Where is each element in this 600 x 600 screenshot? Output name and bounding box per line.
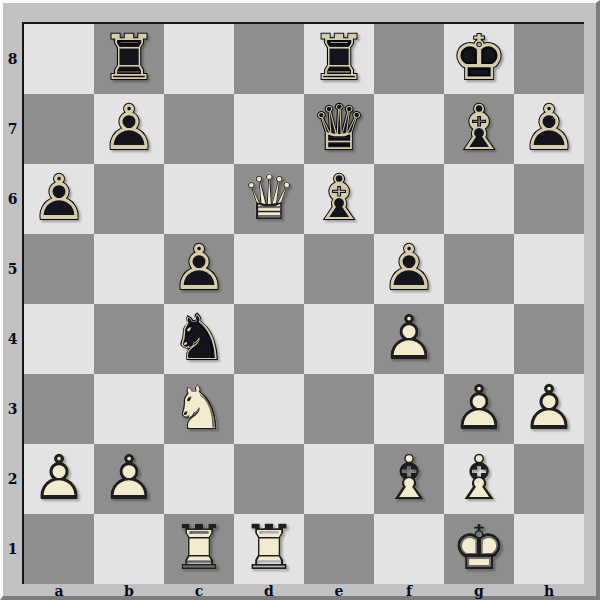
board-frame: ♜♖♜♖♚♔♟♙♛♕♝♗♟♙♟♙♛♕♝♗♟♙♟♙♞♘♟♙♞♘♟♙♟♙♟♙♟♙♝♗… (0, 0, 600, 600)
square-b8[interactable]: ♜♖ (94, 24, 164, 94)
square-a5[interactable] (24, 234, 94, 304)
piece-white-pawn: ♟♙ (374, 304, 444, 374)
square-c2[interactable] (164, 444, 234, 514)
square-e7[interactable]: ♛♕ (304, 94, 374, 164)
square-d8[interactable] (234, 24, 304, 94)
square-b3[interactable] (94, 374, 164, 444)
piece-white-bishop: ♝♗ (444, 444, 514, 514)
square-d5[interactable] (234, 234, 304, 304)
file-label-a: a (24, 584, 94, 598)
square-e6[interactable]: ♝♗ (304, 164, 374, 234)
square-c5[interactable]: ♟♙ (164, 234, 234, 304)
piece-white-pawn: ♟♙ (24, 444, 94, 514)
square-e1[interactable] (304, 514, 374, 584)
square-g7[interactable]: ♝♗ (444, 94, 514, 164)
square-e8[interactable]: ♜♖ (304, 24, 374, 94)
file-label-e: e (304, 584, 374, 598)
rank-label-4: 4 (3, 304, 22, 374)
square-h7[interactable]: ♟♙ (514, 94, 584, 164)
square-d7[interactable] (234, 94, 304, 164)
piece-black-knight: ♞♘ (164, 304, 234, 374)
square-e3[interactable] (304, 374, 374, 444)
file-label-g: g (444, 584, 514, 598)
piece-black-rook: ♜♖ (94, 24, 164, 94)
square-h1[interactable] (514, 514, 584, 584)
piece-black-pawn: ♟♙ (514, 94, 584, 164)
square-g1[interactable]: ♚♔ (444, 514, 514, 584)
chess-board: ♜♖♜♖♚♔♟♙♛♕♝♗♟♙♟♙♛♕♝♗♟♙♟♙♞♘♟♙♞♘♟♙♟♙♟♙♟♙♝♗… (22, 22, 584, 584)
square-a8[interactable] (24, 24, 94, 94)
square-d3[interactable] (234, 374, 304, 444)
square-g5[interactable] (444, 234, 514, 304)
piece-black-pawn: ♟♙ (94, 94, 164, 164)
square-d6[interactable]: ♛♕ (234, 164, 304, 234)
file-label-f: f (374, 584, 444, 598)
square-a3[interactable] (24, 374, 94, 444)
piece-white-queen: ♛♕ (234, 164, 304, 234)
piece-white-knight: ♞♘ (164, 374, 234, 444)
square-e5[interactable] (304, 234, 374, 304)
square-a1[interactable] (24, 514, 94, 584)
square-g4[interactable] (444, 304, 514, 374)
file-label-h: h (514, 584, 584, 598)
square-c8[interactable] (164, 24, 234, 94)
square-g3[interactable]: ♟♙ (444, 374, 514, 444)
square-f6[interactable] (374, 164, 444, 234)
square-e2[interactable] (304, 444, 374, 514)
square-h5[interactable] (514, 234, 584, 304)
rank-label-5: 5 (3, 234, 22, 304)
square-c1[interactable]: ♜♖ (164, 514, 234, 584)
piece-black-bishop: ♝♗ (304, 164, 374, 234)
piece-black-queen: ♛♕ (304, 94, 374, 164)
square-c4[interactable]: ♞♘ (164, 304, 234, 374)
square-h3[interactable]: ♟♙ (514, 374, 584, 444)
piece-black-pawn: ♟♙ (24, 164, 94, 234)
square-f4[interactable]: ♟♙ (374, 304, 444, 374)
square-f3[interactable] (374, 374, 444, 444)
file-label-d: d (234, 584, 304, 598)
square-h6[interactable] (514, 164, 584, 234)
square-e4[interactable] (304, 304, 374, 374)
rank-label-3: 3 (3, 374, 22, 444)
piece-black-rook: ♜♖ (304, 24, 374, 94)
square-b1[interactable] (94, 514, 164, 584)
square-a7[interactable] (24, 94, 94, 164)
square-g8[interactable]: ♚♔ (444, 24, 514, 94)
piece-white-pawn: ♟♙ (94, 444, 164, 514)
square-g6[interactable] (444, 164, 514, 234)
square-a2[interactable]: ♟♙ (24, 444, 94, 514)
square-f8[interactable] (374, 24, 444, 94)
piece-black-bishop: ♝♗ (444, 94, 514, 164)
rank-label-7: 7 (3, 94, 22, 164)
square-h4[interactable] (514, 304, 584, 374)
piece-white-bishop: ♝♗ (374, 444, 444, 514)
square-f2[interactable]: ♝♗ (374, 444, 444, 514)
square-d2[interactable] (234, 444, 304, 514)
square-a6[interactable]: ♟♙ (24, 164, 94, 234)
square-f5[interactable]: ♟♙ (374, 234, 444, 304)
piece-white-rook: ♜♖ (234, 514, 304, 584)
rank-label-1: 1 (3, 514, 22, 584)
square-b6[interactable] (94, 164, 164, 234)
rank-label-6: 6 (3, 164, 22, 234)
piece-white-king: ♚♔ (444, 514, 514, 584)
rank-label-2: 2 (3, 444, 22, 514)
square-c7[interactable] (164, 94, 234, 164)
file-label-b: b (94, 584, 164, 598)
square-f7[interactable] (374, 94, 444, 164)
piece-white-rook: ♜♖ (164, 514, 234, 584)
piece-black-pawn: ♟♙ (374, 234, 444, 304)
square-h8[interactable] (514, 24, 584, 94)
square-b5[interactable] (94, 234, 164, 304)
square-b4[interactable] (94, 304, 164, 374)
piece-black-pawn: ♟♙ (164, 234, 234, 304)
file-label-c: c (164, 584, 234, 598)
piece-white-pawn: ♟♙ (514, 374, 584, 444)
square-g2[interactable]: ♝♗ (444, 444, 514, 514)
square-h2[interactable] (514, 444, 584, 514)
square-d4[interactable] (234, 304, 304, 374)
square-f1[interactable] (374, 514, 444, 584)
square-a4[interactable] (24, 304, 94, 374)
square-c6[interactable] (164, 164, 234, 234)
piece-white-pawn: ♟♙ (444, 374, 514, 444)
square-d1[interactable]: ♜♖ (234, 514, 304, 584)
rank-label-8: 8 (3, 24, 22, 94)
square-b7[interactable]: ♟♙ (94, 94, 164, 164)
square-c3[interactable]: ♞♘ (164, 374, 234, 444)
square-b2[interactable]: ♟♙ (94, 444, 164, 514)
piece-black-king: ♚♔ (444, 24, 514, 94)
